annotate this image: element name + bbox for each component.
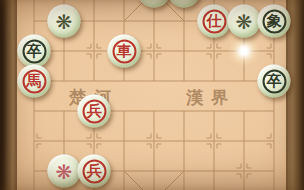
piece-red-advisor[interactable]: 仕 [198, 5, 231, 38]
hidden-piece-flower-icon: ❋ [48, 155, 81, 188]
piece-character: 象 [262, 9, 286, 33]
piece-hidden-red-piece[interactable]: ❋ [48, 155, 81, 188]
piece-red-soldier[interactable]: 兵 [78, 95, 111, 128]
piece-black-soldier[interactable]: 卒 [18, 35, 51, 68]
piece-character: 車 [112, 39, 136, 63]
piece-black-elephant[interactable]: 象 [258, 5, 291, 38]
piece-character: 卒 [22, 39, 46, 63]
piece-character: 仕 [202, 9, 226, 33]
piece-hidden-black-piece[interactable]: ❋ [48, 5, 81, 38]
piece-black-soldier[interactable]: 卒 [258, 65, 291, 98]
piece-hidden-black-piece[interactable]: ❋ [228, 5, 261, 38]
piece-red-chariot[interactable]: 車 [108, 35, 141, 68]
piece-red-soldier[interactable]: 兵 [78, 155, 111, 188]
piece-character: 卒 [262, 69, 286, 93]
xiangqi-game-screen: 楚河 漢界 ❋仕❋象卒車馬卒兵❋兵 [0, 0, 304, 190]
hidden-piece-flower-icon: ❋ [48, 5, 81, 38]
piece-character: 馬 [22, 69, 46, 93]
piece-red-horse[interactable]: 馬 [18, 65, 51, 98]
piece-character: 兵 [82, 99, 106, 123]
river-label-han-jie: 漢界 [175, 86, 239, 106]
piece-character: 兵 [82, 159, 106, 183]
hidden-piece-flower-icon: ❋ [228, 5, 261, 38]
